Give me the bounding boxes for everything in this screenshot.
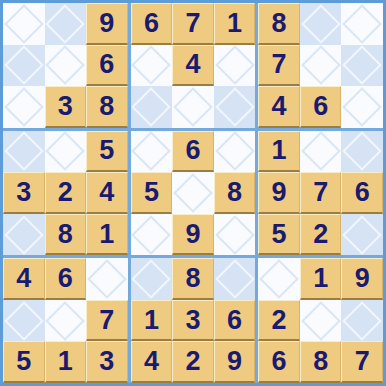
given-digit: 1	[58, 348, 73, 375]
cell-r7c2: 6	[45, 258, 87, 300]
diamond-icon	[4, 215, 44, 255]
given-digit: 6	[355, 179, 370, 206]
cell-r2c9[interactable]	[341, 45, 383, 87]
cell-r4c2[interactable]	[45, 131, 87, 173]
diamond-icon	[215, 215, 255, 255]
cell-r9c6: 9	[214, 341, 256, 383]
cell-r4c8[interactable]	[300, 131, 342, 173]
given-digit: 3	[16, 179, 31, 206]
cell-r1c2[interactable]	[45, 3, 87, 45]
given-digit: 2	[313, 221, 328, 248]
diamond-icon	[342, 46, 382, 86]
given-digit: 6	[144, 10, 159, 37]
given-digit: 5	[144, 179, 159, 206]
given-digit: 1	[227, 10, 242, 37]
given-digit: 1	[144, 307, 159, 334]
cell-r8c2[interactable]	[45, 300, 87, 342]
cell-r5c1: 3	[3, 172, 45, 214]
diamond-icon	[215, 46, 255, 86]
cell-r2c1[interactable]	[3, 45, 45, 87]
given-digit: 3	[99, 348, 114, 375]
cell-r2c4[interactable]	[131, 45, 173, 87]
block-1-3: 8746	[258, 3, 383, 128]
given-digit: 4	[272, 93, 287, 120]
given-digit: 6	[313, 93, 328, 120]
cell-r7c7[interactable]	[258, 258, 300, 300]
cell-r3c2: 3	[45, 86, 87, 128]
given-digit: 8	[185, 265, 200, 292]
diamond-icon	[132, 46, 172, 86]
cell-r6c8: 2	[300, 214, 342, 256]
cell-r7c4[interactable]	[131, 258, 173, 300]
block-2-1: 532481	[3, 131, 128, 256]
given-digit: 6	[58, 265, 73, 292]
cell-r2c2[interactable]	[45, 45, 87, 87]
cell-r9c1: 5	[3, 341, 45, 383]
cell-r3c5[interactable]	[172, 86, 214, 128]
given-digit: 5	[99, 137, 114, 164]
cell-r8c8[interactable]	[300, 300, 342, 342]
given-digit: 5	[16, 348, 31, 375]
diamond-icon	[132, 132, 172, 172]
given-digit: 8	[272, 10, 287, 37]
cell-r6c4[interactable]	[131, 214, 173, 256]
cell-r8c1[interactable]	[3, 300, 45, 342]
given-digit: 7	[355, 348, 370, 375]
cell-r3c8: 6	[300, 86, 342, 128]
given-digit: 9	[227, 348, 242, 375]
block-3-2: 8136429	[131, 258, 256, 383]
diamond-icon	[46, 132, 86, 172]
cell-r9c2: 1	[45, 341, 87, 383]
cell-r1c5: 7	[172, 3, 214, 45]
diamond-icon	[132, 259, 172, 299]
diamond-icon	[173, 173, 213, 213]
diamond-icon	[342, 215, 382, 255]
cell-r6c5: 9	[172, 214, 214, 256]
given-digit: 9	[99, 10, 114, 37]
cell-r6c6[interactable]	[214, 214, 256, 256]
given-digit: 8	[313, 348, 328, 375]
given-digit: 6	[272, 348, 287, 375]
cell-r8c4: 1	[131, 300, 173, 342]
cell-r8c3: 7	[86, 300, 128, 342]
cell-r1c1[interactable]	[3, 3, 45, 45]
given-digit: 3	[185, 307, 200, 334]
diamond-icon	[4, 87, 44, 127]
cell-r5c3: 4	[86, 172, 128, 214]
diamond-icon	[4, 132, 44, 172]
cell-r1c8[interactable]	[300, 3, 342, 45]
cell-r7c8: 1	[300, 258, 342, 300]
diamond-icon	[301, 4, 341, 44]
cell-r8c6: 6	[214, 300, 256, 342]
diamond-icon	[132, 87, 172, 127]
cell-r9c7: 6	[258, 341, 300, 383]
cell-r9c3: 3	[86, 341, 128, 383]
block-3-1: 467513	[3, 258, 128, 383]
cell-r5c9: 6	[341, 172, 383, 214]
cell-r6c2: 8	[45, 214, 87, 256]
block-3-3: 192687	[258, 258, 383, 383]
diamond-icon	[301, 46, 341, 86]
block-1-2: 6714	[131, 3, 256, 128]
cell-r3c7: 4	[258, 86, 300, 128]
given-digit: 6	[185, 137, 200, 164]
given-digit: 2	[272, 307, 287, 334]
cell-r8c7: 2	[258, 300, 300, 342]
given-digit: 4	[99, 179, 114, 206]
cell-r7c3[interactable]	[86, 258, 128, 300]
given-digit: 6	[99, 51, 114, 78]
given-digit: 4	[16, 265, 31, 292]
cell-r4c6[interactable]	[214, 131, 256, 173]
cell-r8c5: 3	[172, 300, 214, 342]
diamond-icon	[342, 87, 382, 127]
cell-r2c7: 7	[258, 45, 300, 87]
cell-r5c2: 2	[45, 172, 87, 214]
cell-r4c3: 5	[86, 131, 128, 173]
cell-r7c1: 4	[3, 258, 45, 300]
given-digit: 4	[144, 348, 159, 375]
cell-r6c3: 1	[86, 214, 128, 256]
cell-r5c8: 7	[300, 172, 342, 214]
cell-r5c4: 5	[131, 172, 173, 214]
cell-r1c4: 6	[131, 3, 173, 45]
cell-r7c6[interactable]	[214, 258, 256, 300]
diamond-icon	[342, 132, 382, 172]
given-digit: 6	[227, 307, 242, 334]
cell-r1c6: 1	[214, 3, 256, 45]
given-digit: 7	[272, 51, 287, 78]
cell-r2c6[interactable]	[214, 45, 256, 87]
block-1-1: 9638	[3, 3, 128, 128]
cell-r2c8[interactable]	[300, 45, 342, 87]
given-digit: 8	[58, 221, 73, 248]
diamond-icon	[215, 132, 255, 172]
cell-r2c3: 6	[86, 45, 128, 87]
diamond-icon	[301, 301, 341, 341]
cell-r1c3: 9	[86, 3, 128, 45]
cell-r3c4[interactable]	[131, 86, 173, 128]
diamond-icon	[4, 4, 44, 44]
diamond-icon	[4, 46, 44, 86]
given-digit: 8	[227, 179, 242, 206]
cell-r6c9[interactable]	[341, 214, 383, 256]
given-digit: 7	[185, 10, 200, 37]
cell-r9c4: 4	[131, 341, 173, 383]
cell-r3c9[interactable]	[341, 86, 383, 128]
given-digit: 5	[272, 221, 287, 248]
cell-r9c9: 7	[341, 341, 383, 383]
diamond-icon	[46, 4, 86, 44]
diamond-icon	[87, 259, 127, 299]
cell-r4c7: 1	[258, 131, 300, 173]
given-digit: 9	[355, 265, 370, 292]
cell-r1c9[interactable]	[341, 3, 383, 45]
cell-r4c9[interactable]	[341, 131, 383, 173]
cell-r9c5: 2	[172, 341, 214, 383]
given-digit: 9	[272, 179, 287, 206]
given-digit: 8	[99, 93, 114, 120]
diamond-icon	[215, 87, 255, 127]
diamond-icon	[301, 132, 341, 172]
diamond-icon	[259, 259, 299, 299]
cell-r6c1[interactable]	[3, 214, 45, 256]
diamond-icon	[342, 4, 382, 44]
cell-r3c1[interactable]	[3, 86, 45, 128]
diamond-icon	[46, 301, 86, 341]
given-digit: 7	[99, 307, 114, 334]
cell-r9c8: 8	[300, 341, 342, 383]
diamond-icon	[215, 259, 255, 299]
cell-r6c7: 5	[258, 214, 300, 256]
sudoku-board: 9638671487465324816589197652467513813642…	[0, 0, 386, 386]
given-digit: 7	[313, 179, 328, 206]
given-digit: 9	[185, 221, 200, 248]
given-digit: 2	[185, 348, 200, 375]
cell-r4c1[interactable]	[3, 131, 45, 173]
cell-r5c5[interactable]	[172, 172, 214, 214]
cell-r4c4[interactable]	[131, 131, 173, 173]
diamond-icon	[173, 87, 213, 127]
block-2-2: 6589	[131, 131, 256, 256]
given-digit: 1	[272, 137, 287, 164]
given-digit: 3	[58, 93, 73, 120]
block-2-3: 197652	[258, 131, 383, 256]
given-digit: 1	[313, 265, 328, 292]
diamond-icon	[46, 46, 86, 86]
cell-r5c6: 8	[214, 172, 256, 214]
given-digit: 1	[99, 221, 114, 248]
diamond-icon	[342, 301, 382, 341]
given-digit: 4	[185, 51, 200, 78]
cell-r8c9[interactable]	[341, 300, 383, 342]
cell-r2c5: 4	[172, 45, 214, 87]
cell-r7c9: 9	[341, 258, 383, 300]
cell-r5c7: 9	[258, 172, 300, 214]
cell-r4c5: 6	[172, 131, 214, 173]
given-digit: 2	[58, 179, 73, 206]
cell-r3c3: 8	[86, 86, 128, 128]
diamond-icon	[132, 215, 172, 255]
cell-r7c5: 8	[172, 258, 214, 300]
cell-r1c7: 8	[258, 3, 300, 45]
diamond-icon	[4, 301, 44, 341]
cell-r3c6[interactable]	[214, 86, 256, 128]
